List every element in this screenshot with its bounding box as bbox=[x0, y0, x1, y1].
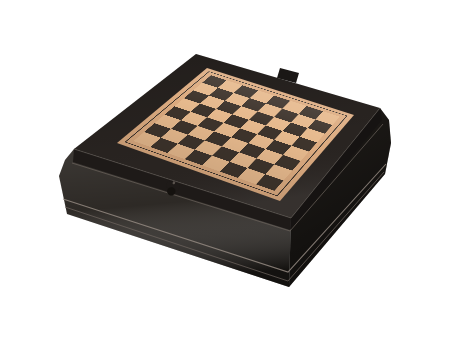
product-photo-chess-box bbox=[0, 0, 460, 340]
